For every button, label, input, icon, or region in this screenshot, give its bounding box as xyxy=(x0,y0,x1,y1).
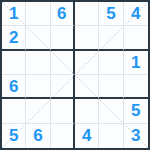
cell-r3c5-empty[interactable] xyxy=(99,51,123,75)
cell-r2c6-empty[interactable] xyxy=(124,26,148,50)
cell-r6c2-given[interactable]: 6 xyxy=(26,124,50,148)
cell-r4c2-empty[interactable] xyxy=(26,75,50,99)
cell-r6c5-empty[interactable] xyxy=(99,124,123,148)
cell-r5c3-empty[interactable] xyxy=(51,99,75,123)
cell-r5c1-empty[interactable] xyxy=(2,99,26,123)
cell-r5c4-empty[interactable] xyxy=(75,99,99,123)
cell-r1c5-given[interactable]: 5 xyxy=(99,2,123,26)
cell-r2c3-empty[interactable] xyxy=(51,26,75,50)
cell-r3c1-empty[interactable] xyxy=(2,51,26,75)
given-digit: 1 xyxy=(9,5,18,22)
cell-r3c3-empty[interactable] xyxy=(51,51,75,75)
cell-r5c6-given[interactable]: 5 xyxy=(124,99,148,123)
given-digit: 6 xyxy=(9,78,18,95)
given-digit: 3 xyxy=(131,127,140,144)
cell-r4c1-given[interactable]: 6 xyxy=(2,75,26,99)
cell-grid: 165421655643 xyxy=(2,2,148,148)
cell-r1c6-given[interactable]: 4 xyxy=(124,2,148,26)
given-digit: 5 xyxy=(9,127,18,144)
cell-r5c2-empty[interactable] xyxy=(26,99,50,123)
given-digit: 6 xyxy=(57,5,66,22)
cell-r2c5-empty[interactable] xyxy=(99,26,123,50)
cell-r3c4-empty[interactable] xyxy=(75,51,99,75)
cell-r6c4-given[interactable]: 4 xyxy=(75,124,99,148)
cell-r5c5-empty[interactable] xyxy=(99,99,123,123)
cell-r3c2-empty[interactable] xyxy=(26,51,50,75)
given-digit: 2 xyxy=(9,29,18,46)
cell-r6c3-empty[interactable] xyxy=(51,124,75,148)
cell-r6c6-given[interactable]: 3 xyxy=(124,124,148,148)
cell-r1c1-given[interactable]: 1 xyxy=(2,2,26,26)
given-digit: 4 xyxy=(82,127,91,144)
cell-r4c5-empty[interactable] xyxy=(99,75,123,99)
cell-r4c6-empty[interactable] xyxy=(124,75,148,99)
cell-r1c2-empty[interactable] xyxy=(26,2,50,26)
cell-r2c1-given[interactable]: 2 xyxy=(2,26,26,50)
cell-r4c3-empty[interactable] xyxy=(51,75,75,99)
cell-r3c6-given[interactable]: 1 xyxy=(124,51,148,75)
given-digit: 1 xyxy=(131,54,140,71)
cell-r4c4-empty[interactable] xyxy=(75,75,99,99)
given-digit: 5 xyxy=(106,5,115,22)
cell-r1c4-empty[interactable] xyxy=(75,2,99,26)
cell-r2c4-empty[interactable] xyxy=(75,26,99,50)
given-digit: 4 xyxy=(131,5,140,22)
sudoku-board: 165421655643 xyxy=(0,0,150,150)
cell-r2c2-empty[interactable] xyxy=(26,26,50,50)
cell-r1c3-given[interactable]: 6 xyxy=(51,2,75,26)
cell-r6c1-given[interactable]: 5 xyxy=(2,124,26,148)
given-digit: 6 xyxy=(33,127,42,144)
given-digit: 5 xyxy=(131,102,140,119)
